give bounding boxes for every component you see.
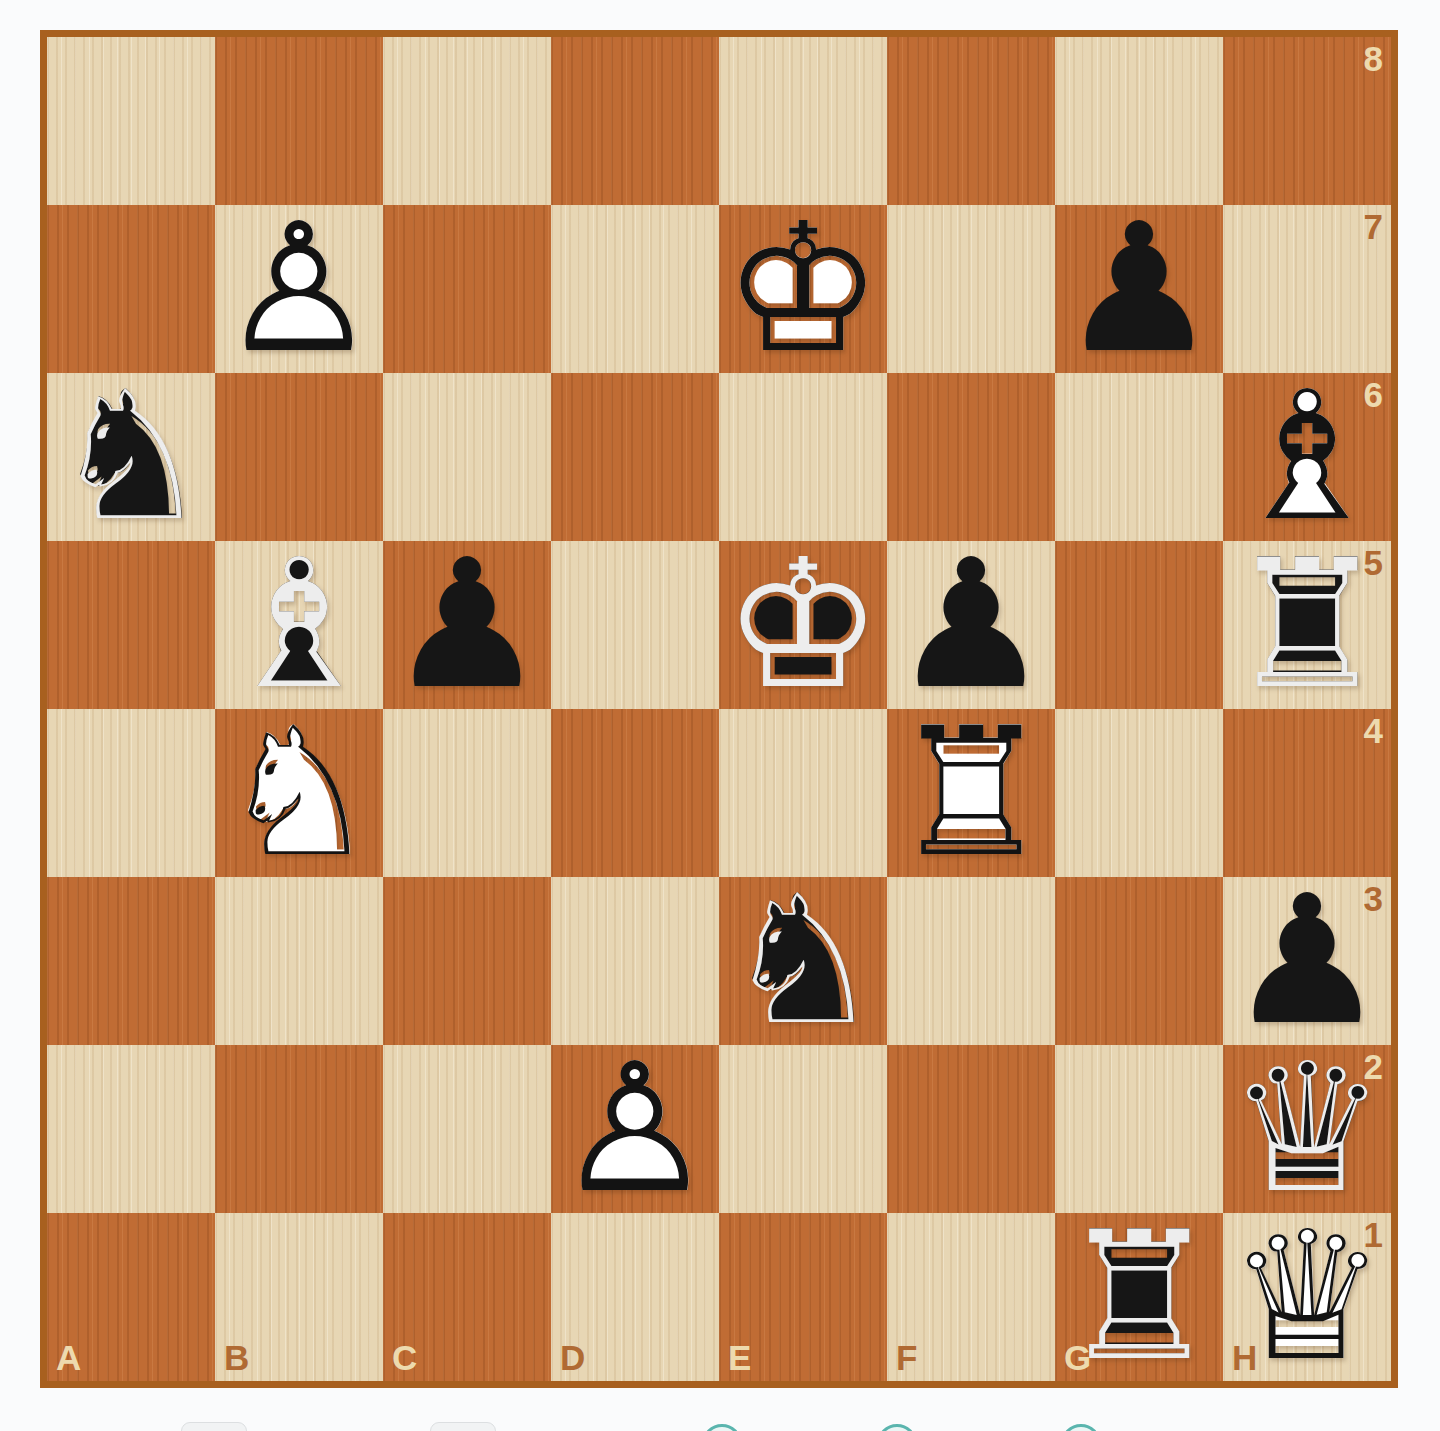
square-g4[interactable] xyxy=(1055,709,1223,877)
square-c3[interactable] xyxy=(383,877,551,1045)
file-label-b: B xyxy=(224,1338,249,1378)
square-e4[interactable] xyxy=(719,709,887,877)
piece-white-bishop[interactable]: ♝♗ xyxy=(1223,373,1391,541)
cutoff-card-edge xyxy=(430,1422,496,1431)
rank-label-8: 8 xyxy=(1364,39,1383,79)
white-king-outline-glyph: ♔ xyxy=(719,205,887,373)
square-e6[interactable] xyxy=(719,373,887,541)
square-f6[interactable] xyxy=(887,373,1055,541)
square-c5[interactable]: ♟ xyxy=(383,541,551,709)
square-g5[interactable] xyxy=(1055,541,1223,709)
piece-black-bishop[interactable]: ♝♗ xyxy=(215,541,383,709)
square-g2[interactable] xyxy=(1055,1045,1223,1213)
square-c7[interactable] xyxy=(383,205,551,373)
piece-black-knight[interactable]: ♞♘ xyxy=(719,877,887,1045)
cutoff-circle-button[interactable] xyxy=(1061,1424,1101,1431)
square-b8[interactable] xyxy=(215,37,383,205)
cutoff-circle-button[interactable] xyxy=(702,1424,742,1431)
square-a8[interactable] xyxy=(47,37,215,205)
square-e3[interactable]: ♞♘ xyxy=(719,877,887,1045)
page-background: 8♟♙♚♔♟7♞♘♝♗6♝♗♟♚♔♟♜♖5♞♘♜♖4♞♘♟3♟♙♛♕2ABCDE… xyxy=(0,0,1440,1431)
square-h4[interactable]: 4 xyxy=(1223,709,1391,877)
white-pawn-outline-glyph: ♙ xyxy=(215,205,383,373)
piece-black-pawn[interactable]: ♟ xyxy=(1055,205,1223,373)
piece-white-knight[interactable]: ♞♘ xyxy=(215,709,383,877)
cutoff-circle-button[interactable] xyxy=(877,1424,917,1431)
black-pawn-glyph: ♟ xyxy=(1055,205,1223,373)
square-b5[interactable]: ♝♗ xyxy=(215,541,383,709)
square-h7[interactable]: 7 xyxy=(1223,205,1391,373)
piece-white-rook[interactable]: ♜♖ xyxy=(887,709,1055,877)
square-a7[interactable] xyxy=(47,205,215,373)
square-a5[interactable] xyxy=(47,541,215,709)
square-h1[interactable]: ♛♕H1 xyxy=(1223,1213,1391,1381)
piece-white-pawn[interactable]: ♟♙ xyxy=(551,1045,719,1213)
square-f3[interactable] xyxy=(887,877,1055,1045)
square-e2[interactable] xyxy=(719,1045,887,1213)
square-a6[interactable]: ♞♘ xyxy=(47,373,215,541)
square-e7[interactable]: ♚♔ xyxy=(719,205,887,373)
square-g6[interactable] xyxy=(1055,373,1223,541)
piece-black-pawn[interactable]: ♟ xyxy=(383,541,551,709)
square-g1[interactable]: ♜♖G xyxy=(1055,1213,1223,1381)
square-f1[interactable]: F xyxy=(887,1213,1055,1381)
file-label-e: E xyxy=(728,1338,751,1378)
square-d3[interactable] xyxy=(551,877,719,1045)
square-f4[interactable]: ♜♖ xyxy=(887,709,1055,877)
square-d8[interactable] xyxy=(551,37,719,205)
white-bishop-outline-glyph: ♗ xyxy=(1223,373,1391,541)
piece-black-knight[interactable]: ♞♘ xyxy=(47,373,215,541)
white-rook-outline-glyph: ♖ xyxy=(887,709,1055,877)
black-queen-outline-glyph: ♕ xyxy=(1223,1045,1391,1213)
piece-black-pawn[interactable]: ♟ xyxy=(887,541,1055,709)
piece-white-queen[interactable]: ♛♕ xyxy=(1223,1213,1391,1381)
black-king-outline-glyph: ♔ xyxy=(719,541,887,709)
square-b1[interactable]: B xyxy=(215,1213,383,1381)
square-a3[interactable] xyxy=(47,877,215,1045)
square-e8[interactable] xyxy=(719,37,887,205)
square-e5[interactable]: ♚♔ xyxy=(719,541,887,709)
piece-black-king[interactable]: ♚♔ xyxy=(719,541,887,709)
square-b3[interactable] xyxy=(215,877,383,1045)
piece-white-pawn[interactable]: ♟♙ xyxy=(215,205,383,373)
square-h6[interactable]: ♝♗6 xyxy=(1223,373,1391,541)
file-label-c: C xyxy=(392,1338,417,1378)
black-bishop-outline-glyph: ♗ xyxy=(215,541,383,709)
black-pawn-glyph: ♟ xyxy=(1223,877,1391,1045)
black-knight-outline-glyph: ♘ xyxy=(719,877,887,1045)
square-b2[interactable] xyxy=(215,1045,383,1213)
black-pawn-glyph: ♟ xyxy=(887,541,1055,709)
square-a2[interactable] xyxy=(47,1045,215,1213)
black-rook-outline-glyph: ♖ xyxy=(1055,1213,1223,1381)
rank-label-7: 7 xyxy=(1364,207,1383,247)
black-pawn-glyph: ♟ xyxy=(383,541,551,709)
square-b6[interactable] xyxy=(215,373,383,541)
square-a1[interactable]: A xyxy=(47,1213,215,1381)
black-knight-outline-glyph: ♘ xyxy=(47,373,215,541)
square-f2[interactable] xyxy=(887,1045,1055,1213)
file-label-a: A xyxy=(56,1338,81,1378)
piece-black-rook[interactable]: ♜♖ xyxy=(1223,541,1391,709)
black-rook-outline-glyph: ♖ xyxy=(1223,541,1391,709)
square-d2[interactable]: ♟♙ xyxy=(551,1045,719,1213)
square-h3[interactable]: ♟3 xyxy=(1223,877,1391,1045)
square-h8[interactable]: 8 xyxy=(1223,37,1391,205)
square-g8[interactable] xyxy=(1055,37,1223,205)
square-g3[interactable] xyxy=(1055,877,1223,1045)
white-knight-outline-glyph: ♘ xyxy=(215,709,383,877)
square-d6[interactable] xyxy=(551,373,719,541)
square-d7[interactable] xyxy=(551,205,719,373)
piece-black-queen[interactable]: ♛♕ xyxy=(1223,1045,1391,1213)
square-h2[interactable]: ♛♕2 xyxy=(1223,1045,1391,1213)
square-e1[interactable]: E xyxy=(719,1213,887,1381)
square-c2[interactable] xyxy=(383,1045,551,1213)
file-label-d: D xyxy=(560,1338,585,1378)
file-label-f: F xyxy=(896,1338,917,1378)
square-d5[interactable] xyxy=(551,541,719,709)
square-f8[interactable] xyxy=(887,37,1055,205)
cutoff-card-edge xyxy=(181,1422,247,1431)
rank-label-4: 4 xyxy=(1364,711,1383,751)
piece-black-rook[interactable]: ♜♖ xyxy=(1055,1213,1223,1381)
square-d1[interactable]: D xyxy=(551,1213,719,1381)
square-d4[interactable] xyxy=(551,709,719,877)
square-a4[interactable] xyxy=(47,709,215,877)
square-f5[interactable]: ♟ xyxy=(887,541,1055,709)
square-b7[interactable]: ♟♙ xyxy=(215,205,383,373)
square-h5[interactable]: ♜♖5 xyxy=(1223,541,1391,709)
square-c4[interactable] xyxy=(383,709,551,877)
square-g7[interactable]: ♟ xyxy=(1055,205,1223,373)
square-b4[interactable]: ♞♘ xyxy=(215,709,383,877)
white-queen-outline-glyph: ♕ xyxy=(1223,1213,1391,1381)
square-c6[interactable] xyxy=(383,373,551,541)
square-c1[interactable]: C xyxy=(383,1213,551,1381)
piece-white-king[interactable]: ♚♔ xyxy=(719,205,887,373)
white-pawn-outline-glyph: ♙ xyxy=(551,1045,719,1213)
square-c8[interactable] xyxy=(383,37,551,205)
piece-black-pawn[interactable]: ♟ xyxy=(1223,877,1391,1045)
square-f7[interactable] xyxy=(887,205,1055,373)
chess-board: 8♟♙♚♔♟7♞♘♝♗6♝♗♟♚♔♟♜♖5♞♘♜♖4♞♘♟3♟♙♛♕2ABCDE… xyxy=(40,30,1398,1388)
